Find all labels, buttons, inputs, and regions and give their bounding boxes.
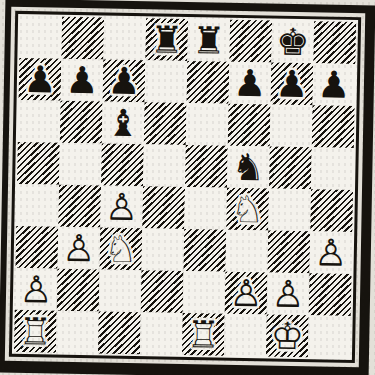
square-g1: ♚♔ — [266, 314, 309, 357]
piece-white-pawn: ♟♙ — [309, 231, 352, 274]
piece-white-pawn: ♟♙ — [267, 272, 310, 315]
square-g3 — [267, 230, 310, 273]
square-b7: ♟♟ — [61, 59, 104, 102]
piece-white-pawn: ♟♙ — [225, 272, 268, 315]
piece-black-pawn: ♟♟ — [271, 63, 314, 106]
square-g5 — [269, 147, 312, 190]
white-king-icon: ♔ — [270, 317, 304, 355]
square-g6 — [270, 105, 313, 148]
square-h3: ♟♙ — [309, 231, 352, 274]
square-e6 — [186, 103, 229, 146]
square-f3 — [225, 230, 268, 273]
square-c8 — [103, 17, 146, 60]
square-c5 — [101, 143, 144, 186]
square-h8 — [313, 21, 356, 64]
square-g2: ♟♙ — [267, 272, 310, 315]
white-pawn-icon: ♙ — [105, 188, 139, 226]
black-bishop-icon: ♝ — [106, 104, 140, 142]
square-d5 — [143, 144, 186, 187]
square-d4 — [142, 186, 185, 229]
square-c6: ♝♝ — [102, 101, 145, 144]
chess-board: ♜♜♜♜♚♚♟♟♟♟♟♟♟♟♟♟♟♟♝♝♞♞♟♙♞♘♟♙♞♘♟♙♟♙♟♙♟♙♜♖… — [14, 16, 356, 358]
square-d3 — [142, 228, 185, 271]
square-f1 — [224, 314, 267, 357]
square-a1: ♜♖ — [14, 310, 57, 353]
square-g7: ♟♟ — [271, 63, 314, 106]
black-pawn-icon: ♟ — [317, 66, 351, 104]
square-f8 — [229, 20, 272, 63]
square-h4 — [310, 189, 353, 232]
piece-black-pawn: ♟♟ — [313, 63, 356, 106]
square-a7: ♟♟ — [19, 58, 62, 101]
piece-white-knight: ♞♘ — [100, 227, 143, 270]
piece-white-rook: ♜♖ — [14, 310, 57, 353]
white-rook-icon: ♖ — [18, 312, 52, 350]
square-b3: ♟♙ — [58, 227, 101, 270]
black-pawn-icon: ♟ — [65, 61, 99, 99]
square-c1 — [98, 311, 141, 354]
white-pawn-icon: ♙ — [19, 270, 53, 308]
black-pawn-icon: ♟ — [233, 64, 267, 102]
square-f4: ♞♘ — [226, 188, 269, 231]
white-pawn-icon: ♙ — [271, 275, 305, 313]
black-king-icon: ♚ — [276, 23, 310, 61]
square-b6 — [60, 101, 103, 144]
square-h2 — [309, 273, 352, 316]
square-e7 — [187, 61, 230, 104]
white-knight-icon: ♘ — [231, 190, 265, 228]
square-b4 — [58, 185, 101, 228]
black-pawn-icon: ♟ — [275, 65, 309, 103]
square-a6 — [18, 100, 61, 143]
piece-white-pawn: ♟♙ — [15, 268, 58, 311]
square-f5: ♞♞ — [227, 146, 270, 189]
scanned-chess-diagram: ♜♜♜♜♚♚♟♟♟♟♟♟♟♟♟♟♟♟♝♝♞♞♟♙♞♘♟♙♞♘♟♙♟♙♟♙♟♙♜♖… — [0, 0, 375, 375]
black-pawn-icon: ♟ — [23, 60, 57, 98]
white-pawn-icon: ♙ — [314, 234, 348, 272]
square-c4: ♟♙ — [100, 185, 143, 228]
black-rook-icon: ♜ — [192, 22, 226, 60]
piece-black-knight: ♞♞ — [227, 146, 270, 189]
square-c3: ♞♘ — [100, 227, 143, 270]
white-knight-icon: ♘ — [104, 230, 138, 268]
square-b5 — [59, 143, 102, 186]
square-g8: ♚♚ — [271, 21, 314, 64]
square-a3 — [16, 226, 59, 269]
square-f7: ♟♟ — [229, 62, 272, 105]
square-d1 — [140, 312, 183, 355]
white-pawn-icon: ♙ — [229, 274, 263, 312]
square-e8: ♜♜ — [187, 19, 230, 62]
piece-black-pawn: ♟♟ — [229, 62, 272, 105]
square-f6 — [228, 104, 271, 147]
square-d2 — [141, 270, 184, 313]
piece-black-rook: ♜♜ — [187, 19, 230, 62]
square-e5 — [185, 145, 228, 188]
black-knight-icon: ♞ — [231, 148, 265, 186]
piece-white-knight: ♞♘ — [226, 188, 269, 231]
piece-black-pawn: ♟♟ — [19, 58, 62, 101]
piece-black-king: ♚♚ — [271, 21, 314, 64]
square-d7 — [145, 60, 188, 103]
square-f2: ♟♙ — [225, 272, 268, 315]
square-e2 — [183, 271, 226, 314]
piece-black-bishop: ♝♝ — [102, 101, 145, 144]
piece-white-rook: ♜♖ — [182, 313, 225, 356]
board-frame: ♜♜♜♜♚♚♟♟♟♟♟♟♟♟♟♟♟♟♝♝♞♞♟♙♞♘♟♙♞♘♟♙♟♙♟♙♟♙♜♖… — [0, 0, 375, 375]
square-d8: ♜♜ — [145, 18, 188, 61]
square-b2 — [57, 269, 100, 312]
square-c2 — [99, 269, 142, 312]
white-pawn-icon: ♙ — [62, 229, 96, 267]
square-e4 — [184, 187, 227, 230]
square-h5 — [311, 147, 354, 190]
piece-black-pawn: ♟♟ — [103, 59, 146, 102]
square-e1: ♜♖ — [182, 313, 225, 356]
square-a2: ♟♙ — [15, 268, 58, 311]
square-a5 — [17, 142, 60, 185]
square-h1 — [308, 315, 351, 358]
piece-white-king: ♚♔ — [266, 314, 309, 357]
piece-white-pawn: ♟♙ — [100, 185, 143, 228]
square-h6 — [312, 105, 355, 148]
piece-white-pawn: ♟♙ — [58, 227, 101, 270]
square-e3 — [183, 229, 226, 272]
white-rook-icon: ♖ — [186, 316, 220, 354]
black-rook-icon: ♜ — [150, 21, 184, 59]
square-g4 — [268, 189, 311, 232]
square-a8 — [19, 16, 62, 59]
board-inner-border: ♜♜♜♜♚♚♟♟♟♟♟♟♟♟♟♟♟♟♝♝♞♞♟♙♞♘♟♙♞♘♟♙♟♙♟♙♟♙♜♖… — [9, 11, 361, 363]
square-h7: ♟♟ — [313, 63, 356, 106]
piece-black-rook: ♜♜ — [145, 18, 188, 61]
square-c7: ♟♟ — [103, 59, 146, 102]
black-pawn-icon: ♟ — [107, 62, 141, 100]
square-b8 — [61, 17, 104, 60]
square-b1 — [56, 311, 99, 354]
square-d6 — [144, 102, 187, 145]
piece-black-pawn: ♟♟ — [61, 59, 104, 102]
square-a4 — [16, 184, 59, 227]
